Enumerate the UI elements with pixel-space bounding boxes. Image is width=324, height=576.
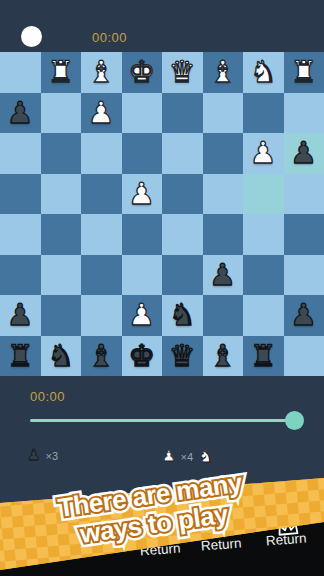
black-king-piece[interactable]: ♚: [128, 341, 155, 371]
square-r1-c4[interactable]: ♚: [122, 52, 163, 93]
chess-app-screen: 00:00 ♜♝♚♛♝♞♜♟♟♟♟♟♟♟♟♞♟♜♞♝♚♛♝♜ 00:00 ♟ ×…: [0, 0, 324, 576]
square-r5-c4[interactable]: [122, 214, 163, 255]
square-r5-c3[interactable]: [81, 214, 122, 255]
black-pawn-piece[interactable]: ♟: [7, 300, 34, 330]
square-r3-c2[interactable]: [41, 133, 82, 174]
square-r5-c2[interactable]: [41, 214, 82, 255]
square-r4-c8[interactable]: [284, 174, 324, 215]
black-pawn-piece[interactable]: ♟: [290, 300, 317, 330]
square-r4-c3[interactable]: [81, 174, 122, 215]
square-r4-c4[interactable]: ♟: [122, 174, 163, 215]
square-r8-c7[interactable]: ♜: [243, 336, 284, 377]
black-bishop-piece[interactable]: ♝: [209, 341, 236, 371]
square-r6-c5[interactable]: [162, 255, 203, 296]
captured-white-pawn-icon: ♟: [162, 449, 175, 464]
square-r2-c6[interactable]: [203, 93, 244, 134]
black-rook-piece[interactable]: ♜: [250, 341, 277, 371]
white-bishop-piece[interactable]: ♝: [209, 57, 236, 87]
square-r3-c5[interactable]: [162, 133, 203, 174]
square-r6-c7[interactable]: [243, 255, 284, 296]
captured-white-knight-icon: ♞: [198, 448, 213, 465]
square-r4-c2[interactable]: [41, 174, 82, 215]
square-r1-c3[interactable]: ♝: [81, 52, 122, 93]
square-r4-c6[interactable]: [203, 174, 244, 215]
square-r1-c6[interactable]: ♝: [203, 52, 244, 93]
square-r7-c1[interactable]: ♟: [0, 295, 41, 336]
black-pawn-piece[interactable]: ♟: [7, 98, 34, 128]
black-rook-piece[interactable]: ♜: [7, 341, 34, 371]
captured-tray-black-side: ♟ ×4 ♞: [162, 448, 213, 465]
square-r7-c6[interactable]: [203, 295, 244, 336]
square-r8-c8[interactable]: [284, 336, 324, 377]
square-r7-c7[interactable]: [243, 295, 284, 336]
square-r2-c1[interactable]: ♟: [0, 93, 41, 134]
square-r4-c1[interactable]: [0, 174, 41, 215]
square-r4-c5[interactable]: [162, 174, 203, 215]
white-rook-piece[interactable]: ♜: [47, 57, 74, 87]
player-avatar: [21, 26, 42, 47]
square-r1-c2[interactable]: ♜: [41, 52, 82, 93]
black-queen-piece[interactable]: ♛: [169, 341, 196, 371]
square-r1-c1[interactable]: [0, 52, 41, 93]
square-r5-c7[interactable]: [243, 214, 284, 255]
square-r7-c4[interactable]: ♟: [122, 295, 163, 336]
black-bishop-piece[interactable]: ♝: [88, 341, 115, 371]
square-r3-c7[interactable]: ♟: [243, 133, 284, 174]
square-r8-c3[interactable]: ♝: [81, 336, 122, 377]
square-r4-c7[interactable]: [243, 174, 284, 215]
square-r5-c1[interactable]: [0, 214, 41, 255]
square-r8-c5[interactable]: ♛: [162, 336, 203, 377]
white-queen-piece[interactable]: ♛: [169, 57, 196, 87]
top-player-clock: 00:00: [92, 30, 127, 45]
square-r6-c2[interactable]: [41, 255, 82, 296]
black-pawn-piece[interactable]: ♟: [209, 260, 236, 290]
square-r6-c3[interactable]: [81, 255, 122, 296]
bottom-player-clock: 00:00: [30, 389, 65, 404]
square-r7-c5[interactable]: ♞: [162, 295, 203, 336]
square-r1-c8[interactable]: ♜: [284, 52, 324, 93]
square-r2-c8[interactable]: [284, 93, 324, 134]
square-r5-c8[interactable]: [284, 214, 324, 255]
square-r7-c8[interactable]: ♟: [284, 295, 324, 336]
square-r3-c4[interactable]: [122, 133, 163, 174]
square-r2-c3[interactable]: ♟: [81, 93, 122, 134]
white-pawn-piece[interactable]: ♟: [250, 138, 277, 168]
black-pawn-piece[interactable]: ♟: [290, 138, 317, 168]
game-progress-slider-track[interactable]: [30, 419, 296, 422]
square-r2-c2[interactable]: [41, 93, 82, 134]
square-r6-c1[interactable]: [0, 255, 41, 296]
square-r7-c3[interactable]: [81, 295, 122, 336]
white-rook-piece[interactable]: ♜: [290, 57, 317, 87]
captured-tray-white-side: ♟ ×3: [27, 448, 58, 463]
square-r2-c7[interactable]: [243, 93, 284, 134]
square-r8-c1[interactable]: ♜: [0, 336, 41, 377]
white-king-piece[interactable]: ♚: [128, 57, 155, 87]
square-r6-c8[interactable]: [284, 255, 324, 296]
captured-black-pawn-count: ×3: [45, 450, 58, 462]
white-pawn-piece[interactable]: ♟: [88, 98, 115, 128]
white-pawn-piece[interactable]: ♟: [128, 179, 155, 209]
square-r6-c6[interactable]: ♟: [203, 255, 244, 296]
square-r2-c4[interactable]: [122, 93, 163, 134]
square-r5-c6[interactable]: [203, 214, 244, 255]
square-r3-c1[interactable]: [0, 133, 41, 174]
square-r1-c7[interactable]: ♞: [243, 52, 284, 93]
captured-white-pawn-count: ×4: [180, 451, 193, 463]
black-knight-piece[interactable]: ♞: [169, 300, 196, 330]
square-r3-c3[interactable]: [81, 133, 122, 174]
square-r3-c8[interactable]: ♟: [284, 133, 324, 174]
square-r8-c2[interactable]: ♞: [41, 336, 82, 377]
white-bishop-piece[interactable]: ♝: [88, 57, 115, 87]
square-r5-c5[interactable]: [162, 214, 203, 255]
game-progress-slider-knob[interactable]: [285, 411, 304, 430]
square-r7-c2[interactable]: [41, 295, 82, 336]
square-r8-c4[interactable]: ♚: [122, 336, 163, 377]
square-r6-c4[interactable]: [122, 255, 163, 296]
promo-zone: Return Return Return There are many Ther…: [0, 470, 324, 576]
white-pawn-piece[interactable]: ♟: [128, 300, 155, 330]
square-r2-c5[interactable]: [162, 93, 203, 134]
chess-board[interactable]: ♜♝♚♛♝♞♜♟♟♟♟♟♟♟♟♞♟♜♞♝♚♛♝♜: [0, 52, 324, 376]
square-r3-c6[interactable]: [203, 133, 244, 174]
black-knight-piece[interactable]: ♞: [47, 341, 74, 371]
white-knight-piece[interactable]: ♞: [250, 57, 277, 87]
square-r1-c5[interactable]: ♛: [162, 52, 203, 93]
square-r8-c6[interactable]: ♝: [203, 336, 244, 377]
captured-black-pawn-icon: ♟: [27, 448, 40, 463]
